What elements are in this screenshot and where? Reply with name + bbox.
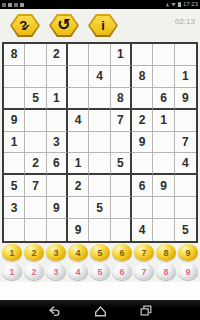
cell-r4c2[interactable] xyxy=(25,110,46,132)
cell-r4c7[interactable]: 2 xyxy=(132,110,153,132)
cell-r3c7[interactable] xyxy=(132,88,153,110)
cell-r7c1[interactable]: 5 xyxy=(4,175,25,197)
cell-r2c2[interactable] xyxy=(25,66,46,88)
cell-r7c2[interactable]: 7 xyxy=(25,175,46,197)
notification-icon xyxy=(20,3,24,7)
silver-coin-6[interactable]: 6 xyxy=(112,263,132,280)
cell-r4c9[interactable] xyxy=(175,110,196,132)
bottom-spacer xyxy=(0,282,200,300)
cell-r4c5[interactable] xyxy=(89,110,110,132)
wifi-icon xyxy=(171,3,176,7)
cell-r5c3[interactable]: 3 xyxy=(47,132,68,154)
gold-coin-5[interactable]: 5 xyxy=(90,244,110,261)
cell-r1c5[interactable] xyxy=(89,44,110,66)
gold-coin-row: 123456789 xyxy=(2,244,198,262)
cell-r9c9[interactable]: 5 xyxy=(175,219,196,241)
cell-r8c5[interactable]: 5 xyxy=(89,197,110,219)
cell-r4c1[interactable]: 9 xyxy=(4,110,25,132)
cell-r3c3[interactable]: 1 xyxy=(47,88,68,110)
cell-r7c8[interactable]: 9 xyxy=(153,175,174,197)
cell-r3c5[interactable] xyxy=(89,88,110,110)
notification-icon xyxy=(14,3,18,7)
cell-r8c9[interactable] xyxy=(175,197,196,219)
cell-r2c3[interactable] xyxy=(47,66,68,88)
cell-r3c8[interactable]: 6 xyxy=(153,88,174,110)
gold-coin-2[interactable]: 2 xyxy=(24,244,44,261)
undo-icon: ↺ xyxy=(57,17,70,33)
cell-r6c2[interactable]: 2 xyxy=(25,153,46,175)
cell-r7c6[interactable] xyxy=(111,175,132,197)
cell-r2c6[interactable] xyxy=(111,66,132,88)
cell-r7c3[interactable] xyxy=(47,175,68,197)
cell-r7c9[interactable] xyxy=(175,175,196,197)
cell-r6c8[interactable] xyxy=(153,153,174,175)
cell-r6c4[interactable]: 1 xyxy=(68,153,89,175)
cell-r6c9[interactable]: 4 xyxy=(175,153,196,175)
cell-r3c4[interactable] xyxy=(68,88,89,110)
cell-r2c9[interactable]: 1 xyxy=(175,66,196,88)
notification-icon xyxy=(2,3,6,7)
cell-r7c7[interactable]: 6 xyxy=(132,175,153,197)
silver-coin-9[interactable]: 9 xyxy=(178,263,198,280)
home-icon xyxy=(93,304,108,318)
cell-r5c2[interactable] xyxy=(25,132,46,154)
undo-restart-button[interactable]: ↺ xyxy=(49,14,79,37)
cell-r8c7[interactable] xyxy=(132,197,153,219)
info-button[interactable]: i xyxy=(88,14,118,37)
cell-r6c5[interactable] xyxy=(89,153,110,175)
cell-r8c8[interactable] xyxy=(153,197,174,219)
cell-r6c6[interactable]: 5 xyxy=(111,153,132,175)
silver-coin-5[interactable]: 5 xyxy=(90,263,110,280)
cell-r3c2[interactable]: 5 xyxy=(25,88,46,110)
game-toolbar: ? ✔ ↺ i 02:13 xyxy=(0,9,200,42)
cell-r9c7[interactable]: 4 xyxy=(132,219,153,241)
cell-r8c4[interactable] xyxy=(68,197,89,219)
cell-r1c4[interactable] xyxy=(68,44,89,66)
clock-time: 17:23 xyxy=(183,0,198,9)
status-icons: 17:23 xyxy=(166,0,198,9)
gold-coin-7[interactable]: 7 xyxy=(134,244,154,261)
silver-coin-1[interactable]: 1 xyxy=(2,263,22,280)
cell-r2c4[interactable] xyxy=(68,66,89,88)
cell-r3c6[interactable]: 8 xyxy=(111,88,132,110)
gold-coin-9[interactable]: 9 xyxy=(178,244,198,261)
cell-r6c3[interactable]: 6 xyxy=(47,153,68,175)
cell-r3c9[interactable]: 9 xyxy=(175,88,196,110)
cell-r1c8[interactable] xyxy=(153,44,174,66)
gold-coin-4[interactable]: 4 xyxy=(68,244,88,261)
cell-r1c7[interactable] xyxy=(132,44,153,66)
cell-r1c1[interactable]: 8 xyxy=(4,44,25,66)
cell-r8c3[interactable]: 9 xyxy=(47,197,68,219)
recents-button[interactable] xyxy=(137,303,155,319)
silver-coin-row: 123456789 xyxy=(2,263,198,281)
back-icon xyxy=(47,304,61,318)
android-nav-bar xyxy=(0,300,200,320)
gold-coin-3[interactable]: 3 xyxy=(46,244,66,261)
cell-r8c1[interactable]: 3 xyxy=(4,197,25,219)
cell-r2c8[interactable] xyxy=(153,66,174,88)
cell-r1c2[interactable] xyxy=(25,44,46,66)
cell-r1c9[interactable] xyxy=(175,44,196,66)
cell-r4c6[interactable]: 7 xyxy=(111,110,132,132)
notification-icon xyxy=(8,3,12,7)
cell-r7c5[interactable] xyxy=(89,175,110,197)
cell-r9c6[interactable] xyxy=(111,219,132,241)
cell-r5c9[interactable]: 7 xyxy=(175,132,196,154)
cell-r6c7[interactable] xyxy=(132,153,153,175)
cell-r1c6[interactable]: 1 xyxy=(111,44,132,66)
cell-r2c7[interactable]: 8 xyxy=(132,66,153,88)
silver-coin-4[interactable]: 4 xyxy=(68,263,88,280)
home-button[interactable] xyxy=(91,303,109,319)
cell-r9c5[interactable] xyxy=(89,219,110,241)
cell-r2c1[interactable] xyxy=(4,66,25,88)
cell-r9c1[interactable] xyxy=(4,219,25,241)
alarm-icon xyxy=(166,3,169,7)
info-icon: i xyxy=(101,19,105,32)
silver-coin-2[interactable]: 2 xyxy=(24,263,44,280)
cell-r4c8[interactable]: 1 xyxy=(153,110,174,132)
cell-r7c4[interactable]: 2 xyxy=(68,175,89,197)
cell-r5c5[interactable] xyxy=(89,132,110,154)
cell-r4c3[interactable] xyxy=(47,110,68,132)
recents-icon xyxy=(139,304,153,318)
battery-icon xyxy=(178,2,181,7)
check-icon: ✔ xyxy=(22,23,30,33)
cell-r5c1[interactable]: 1 xyxy=(4,132,25,154)
number-coin-trays: 123456789 123456789 xyxy=(0,243,200,281)
elapsed-timer: 02:13 xyxy=(175,17,195,26)
gold-coin-8[interactable]: 8 xyxy=(156,244,176,261)
cell-r1c3[interactable]: 2 xyxy=(47,44,68,66)
notification-icons xyxy=(2,3,24,7)
cell-r5c4[interactable] xyxy=(68,132,89,154)
cell-r8c2[interactable] xyxy=(25,197,46,219)
android-status-bar: 17:23 xyxy=(0,0,200,9)
cell-r5c6[interactable] xyxy=(111,132,132,154)
silver-coin-8[interactable]: 8 xyxy=(156,263,176,280)
cell-r9c3[interactable] xyxy=(47,219,68,241)
cell-r3c1[interactable] xyxy=(4,88,25,110)
sudoku-board: 821481518699472113972615457269395945 xyxy=(2,42,198,243)
check-hint-button[interactable]: ? ✔ xyxy=(10,14,40,37)
back-button[interactable] xyxy=(45,303,63,319)
cell-r5c8[interactable] xyxy=(153,132,174,154)
silver-coin-3[interactable]: 3 xyxy=(46,263,66,280)
gold-coin-6[interactable]: 6 xyxy=(112,244,132,261)
silver-coin-7[interactable]: 7 xyxy=(134,263,154,280)
cell-r9c4[interactable]: 9 xyxy=(68,219,89,241)
cell-r5c7[interactable]: 9 xyxy=(132,132,153,154)
cell-r9c8[interactable] xyxy=(153,219,174,241)
cell-r6c1[interactable] xyxy=(4,153,25,175)
cell-r9c2[interactable] xyxy=(25,219,46,241)
gold-coin-1[interactable]: 1 xyxy=(2,244,22,261)
cell-r4c4[interactable]: 4 xyxy=(68,110,89,132)
cell-r2c5[interactable]: 4 xyxy=(89,66,110,88)
cell-r8c6[interactable] xyxy=(111,197,132,219)
